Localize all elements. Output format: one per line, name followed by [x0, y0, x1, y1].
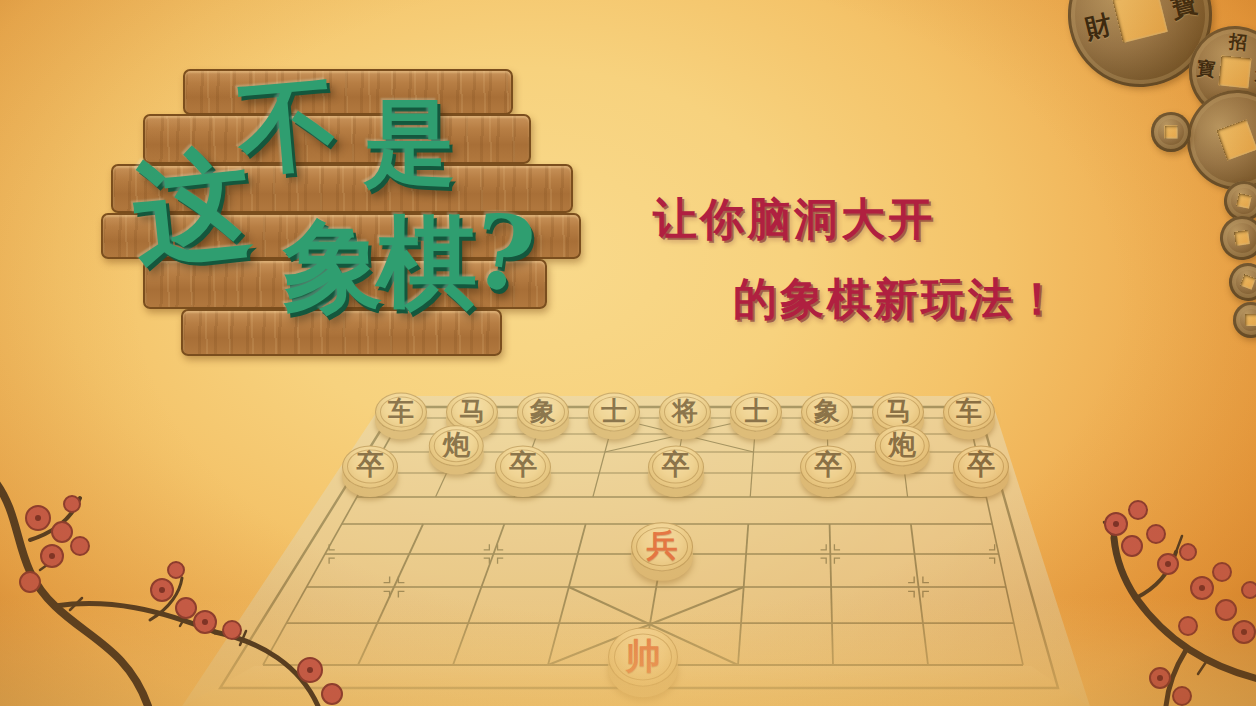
piece-red-e4[interactable]: 兵	[631, 522, 693, 572]
piece-black-c7[interactable]: 卒	[495, 445, 551, 488]
promo-screen: 车马象士将士象马车炮炮卒卒卒卒卒兵帅 这 不 是 象 棋 ? 让你脑洞大开 的象…	[0, 0, 1256, 706]
sign-char-zhe: 这	[127, 142, 257, 272]
piece-black-h8[interactable]: 炮	[875, 425, 929, 467]
piece-black-e10[interactable]: 将	[659, 393, 711, 432]
piece-black-a7[interactable]: 卒	[342, 445, 398, 488]
piece-black-g7[interactable]: 卒	[800, 445, 856, 488]
piece-black-i10[interactable]: 车	[943, 393, 995, 432]
piece-black-e7[interactable]: 卒	[648, 445, 704, 488]
piece-black-c10[interactable]: 象	[517, 393, 569, 432]
piece-red-e1[interactable]: 帅	[608, 627, 678, 686]
piece-black-g10[interactable]: 象	[801, 393, 853, 432]
slogan-line-1: 让你脑洞大开	[653, 190, 935, 249]
piece-black-b8[interactable]: 炮	[429, 425, 483, 467]
piece-black-f10[interactable]: 士	[730, 393, 782, 432]
title-sign: 这 不 是 象 棋 ?	[100, 68, 582, 358]
sign-char-bu: 不	[234, 72, 342, 180]
piece-black-i7[interactable]: 卒	[953, 445, 1009, 488]
sign-char-qi: 棋	[377, 212, 477, 312]
slogan-line-2: 的象棋新玩法！	[733, 270, 1062, 329]
piece-black-d10[interactable]: 士	[588, 393, 640, 432]
piece-black-a10[interactable]: 车	[375, 393, 427, 432]
sign-char-xiang: 象	[283, 216, 383, 316]
sign-char-shi: 是	[364, 96, 456, 188]
